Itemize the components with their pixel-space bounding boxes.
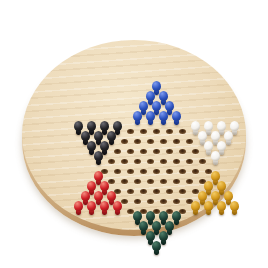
board-hole[interactable] xyxy=(121,159,128,164)
board-cell xyxy=(124,186,137,196)
peg-ball xyxy=(146,111,155,121)
board-cell xyxy=(189,206,202,216)
peg-ball xyxy=(211,131,220,141)
peg-white[interactable] xyxy=(211,151,220,165)
peg-blue[interactable] xyxy=(146,111,155,125)
peg-ball xyxy=(159,211,168,221)
peg-ball xyxy=(100,181,109,191)
board-hole[interactable] xyxy=(173,159,180,164)
board-cell xyxy=(150,126,163,136)
board-cell xyxy=(209,156,222,166)
peg-ball xyxy=(94,191,103,201)
peg-blue[interactable] xyxy=(133,111,142,125)
board-hole[interactable] xyxy=(166,169,173,174)
board-hole[interactable] xyxy=(147,139,154,144)
board-cell xyxy=(131,156,144,166)
peg-ball xyxy=(217,181,226,191)
board-cell xyxy=(176,126,189,136)
board-cell xyxy=(85,206,98,216)
board-cell xyxy=(228,206,241,216)
board-cell xyxy=(124,126,137,136)
peg-ball xyxy=(87,141,96,151)
peg-ball xyxy=(81,191,90,201)
board-cell xyxy=(157,196,170,206)
chinese-checkers-board xyxy=(22,40,246,230)
board-hole[interactable] xyxy=(186,159,193,164)
board-hole[interactable] xyxy=(140,129,147,134)
board-hole[interactable] xyxy=(173,139,180,144)
board-hole[interactable] xyxy=(134,179,141,184)
peg-ball xyxy=(152,221,161,231)
board-hole[interactable] xyxy=(147,159,154,164)
peg-ball xyxy=(224,191,233,201)
peg-ball xyxy=(133,211,142,221)
peg-ball xyxy=(113,201,122,211)
board-cell xyxy=(163,126,176,136)
board-cell xyxy=(215,206,228,216)
board-cell xyxy=(170,156,183,166)
board-hole[interactable] xyxy=(153,169,160,174)
board-hole[interactable] xyxy=(179,189,186,194)
board-hole[interactable] xyxy=(153,129,160,134)
peg-ball xyxy=(100,141,109,151)
peg-ball xyxy=(224,131,233,141)
board-cell xyxy=(183,136,196,146)
board-cell xyxy=(137,186,150,196)
board-grid xyxy=(72,86,241,256)
board-hole[interactable] xyxy=(192,149,199,154)
board-cell xyxy=(150,166,163,176)
board-cell xyxy=(144,196,157,206)
board-hole[interactable] xyxy=(199,159,206,164)
peg-ball xyxy=(204,141,213,151)
board-cell xyxy=(137,166,150,176)
board-hole[interactable] xyxy=(147,199,154,204)
board-cell xyxy=(176,146,189,156)
board-hole[interactable] xyxy=(140,149,147,154)
board-cell xyxy=(144,176,157,186)
peg-ball xyxy=(100,201,109,211)
board-hole[interactable] xyxy=(114,169,121,174)
peg-ball xyxy=(100,121,109,131)
peg-blue[interactable] xyxy=(159,111,168,125)
board-hole[interactable] xyxy=(140,189,147,194)
peg-ball xyxy=(94,151,103,161)
peg-ball xyxy=(107,131,116,141)
peg-ball xyxy=(230,121,239,131)
board-cell xyxy=(170,136,183,146)
peg-ball xyxy=(211,171,220,181)
board-cell xyxy=(118,136,131,146)
peg-ball xyxy=(152,241,161,251)
peg-ball xyxy=(87,181,96,191)
board-cell xyxy=(196,156,209,166)
peg-ball xyxy=(87,121,96,131)
peg-ball xyxy=(74,121,83,131)
board-cell xyxy=(176,166,189,176)
board-hole[interactable] xyxy=(186,139,193,144)
board-hole[interactable] xyxy=(179,169,186,174)
board-hole[interactable] xyxy=(140,169,147,174)
board-hole[interactable] xyxy=(127,149,134,154)
board-cell xyxy=(137,126,150,136)
board-cell xyxy=(176,186,189,196)
peg-ball xyxy=(204,201,213,211)
peg-ball xyxy=(230,201,239,211)
board-hole[interactable] xyxy=(153,149,160,154)
board-hole[interactable] xyxy=(173,199,180,204)
board-hole[interactable] xyxy=(166,149,173,154)
peg-ball xyxy=(159,111,168,121)
peg-ball xyxy=(198,131,207,141)
board-hole[interactable] xyxy=(134,199,141,204)
board-hole[interactable] xyxy=(192,169,199,174)
board-hole[interactable] xyxy=(127,169,134,174)
board-cell xyxy=(118,156,131,166)
board-cell xyxy=(118,176,131,186)
peg-ball xyxy=(211,151,220,161)
peg-ball xyxy=(113,121,122,131)
board-hole[interactable] xyxy=(166,189,173,194)
board-cell xyxy=(131,136,144,146)
board-cell xyxy=(72,206,85,216)
board-hole[interactable] xyxy=(179,149,186,154)
peg-red[interactable] xyxy=(87,201,96,215)
board-cell xyxy=(163,146,176,156)
peg-blue[interactable] xyxy=(172,111,181,125)
product-photo xyxy=(0,0,268,268)
board-cell xyxy=(163,166,176,176)
board-cell xyxy=(157,116,170,126)
peg-yellow[interactable] xyxy=(217,201,226,215)
board-cell xyxy=(131,196,144,206)
board-hole[interactable] xyxy=(127,129,134,134)
peg-red[interactable] xyxy=(74,201,83,215)
board-cell xyxy=(157,176,170,186)
board-cell xyxy=(137,146,150,156)
board-cell xyxy=(163,186,176,196)
peg-ball xyxy=(107,191,116,201)
board-hole[interactable] xyxy=(173,179,180,184)
board-hole[interactable] xyxy=(166,129,173,134)
peg-ball xyxy=(133,111,142,121)
board-hole[interactable] xyxy=(186,179,193,184)
board-hole[interactable] xyxy=(114,149,121,154)
board-hole[interactable] xyxy=(153,189,160,194)
board-cell xyxy=(111,206,124,216)
peg-ball xyxy=(74,201,83,211)
board-cell xyxy=(131,116,144,126)
peg-ball xyxy=(159,91,168,101)
peg-ball xyxy=(139,101,148,111)
peg-red[interactable] xyxy=(100,201,109,215)
peg-ball xyxy=(87,201,96,211)
board-hole[interactable] xyxy=(160,159,167,164)
peg-ball xyxy=(159,231,168,241)
peg-yellow[interactable] xyxy=(230,201,239,215)
board-cell xyxy=(202,206,215,216)
board-cell xyxy=(144,136,157,146)
board-hole[interactable] xyxy=(179,129,186,134)
board-cell xyxy=(105,156,118,166)
peg-ball xyxy=(204,181,213,191)
board-cell xyxy=(183,176,196,186)
peg-ball xyxy=(139,221,148,231)
peg-ball xyxy=(217,121,226,131)
board-hole[interactable] xyxy=(121,179,128,184)
peg-ball xyxy=(204,121,213,131)
board-hole[interactable] xyxy=(121,139,128,144)
board-cell xyxy=(111,146,124,156)
board-hole[interactable] xyxy=(160,199,167,204)
board-cell xyxy=(150,186,163,196)
board-hole[interactable] xyxy=(134,159,141,164)
peg-ball xyxy=(146,231,155,241)
peg-ball xyxy=(211,191,220,201)
peg-ball xyxy=(217,141,226,151)
board-hole[interactable] xyxy=(160,139,167,144)
board-cell xyxy=(170,196,183,206)
board-cell xyxy=(150,146,163,156)
peg-black[interactable] xyxy=(94,151,103,165)
peg-ball xyxy=(94,131,103,141)
board-hole[interactable] xyxy=(108,159,115,164)
board-cell xyxy=(150,246,163,256)
board-cell xyxy=(157,136,170,146)
board-cell xyxy=(111,166,124,176)
board-hole[interactable] xyxy=(127,189,134,194)
board-hole[interactable] xyxy=(147,179,154,184)
peg-red[interactable] xyxy=(113,201,122,215)
board-cell xyxy=(170,116,183,126)
peg-ball xyxy=(146,91,155,101)
peg-yellow[interactable] xyxy=(204,201,213,215)
peg-green[interactable] xyxy=(152,241,161,255)
peg-ball xyxy=(152,81,161,91)
board-cell xyxy=(131,176,144,186)
peg-ball xyxy=(81,131,90,141)
board-cell xyxy=(144,156,157,166)
board-cell xyxy=(124,166,137,176)
board-cell xyxy=(183,156,196,166)
peg-ball xyxy=(172,211,181,221)
peg-ball xyxy=(172,111,181,121)
board-cell xyxy=(189,166,202,176)
peg-ball xyxy=(217,201,226,211)
peg-ball xyxy=(191,121,200,131)
peg-ball xyxy=(94,171,103,181)
peg-ball xyxy=(146,211,155,221)
peg-ball xyxy=(165,101,174,111)
peg-yellow[interactable] xyxy=(191,201,200,215)
board-cell xyxy=(170,176,183,186)
board-hole[interactable] xyxy=(134,139,141,144)
peg-ball xyxy=(191,201,200,211)
board-cell xyxy=(189,146,202,156)
board-hole[interactable] xyxy=(160,179,167,184)
peg-ball xyxy=(198,191,207,201)
board-cell xyxy=(92,156,105,166)
peg-ball xyxy=(152,101,161,111)
board-cell xyxy=(157,156,170,166)
board-cell xyxy=(144,116,157,126)
board-cell xyxy=(124,146,137,156)
board-cell xyxy=(98,206,111,216)
peg-ball xyxy=(165,221,174,231)
